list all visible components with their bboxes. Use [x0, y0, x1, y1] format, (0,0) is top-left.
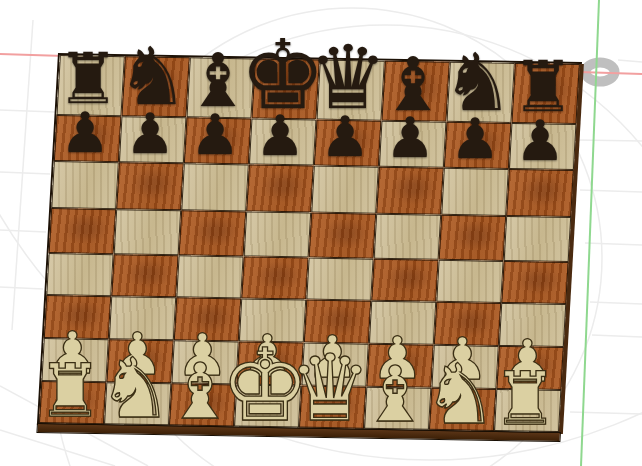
pieces-layer: ♜♞♝♚♛♝♞♜♟♟♟♟♟♟♟♟♟♟♟♟♟♟♟♟♜♞♝♚♛♝♞♜ — [0, 0, 642, 466]
black-pawn-e7[interactable]: ♟ — [317, 109, 373, 165]
black-pawn-g7[interactable]: ♟ — [447, 111, 503, 167]
white-rook-h1[interactable]: ♜ — [489, 362, 562, 435]
black-pawn-c7[interactable]: ♟ — [187, 107, 243, 163]
black-pawn-a7[interactable]: ♟ — [57, 105, 113, 161]
3d-viewport[interactable]: ♜♞♝♚♛♝♞♜♟♟♟♟♟♟♟♟♟♟♟♟♟♟♟♟♜♞♝♚♛♝♞♜ — [0, 0, 642, 466]
black-pawn-f7[interactable]: ♟ — [382, 110, 438, 166]
black-pawn-d7[interactable]: ♟ — [252, 108, 308, 164]
black-pawn-b7[interactable]: ♟ — [122, 106, 178, 162]
black-pawn-h7[interactable]: ♟ — [512, 113, 568, 169]
